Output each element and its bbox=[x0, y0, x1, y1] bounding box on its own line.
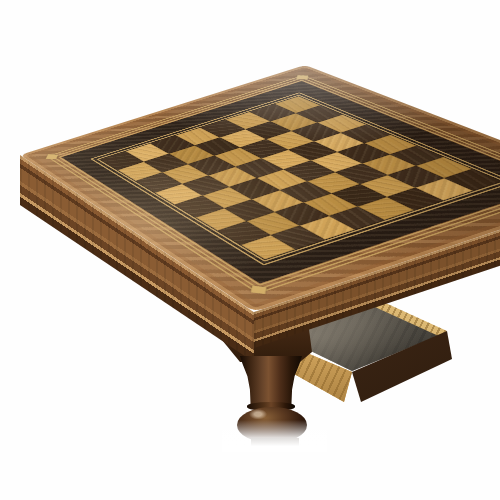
chess-table-photo bbox=[0, 0, 500, 500]
leg-neck bbox=[240, 356, 302, 404]
corner-diamond-inlay bbox=[251, 286, 267, 294]
photo-crop-fade bbox=[222, 420, 327, 452]
corner-diamond-inlay bbox=[296, 75, 308, 79]
